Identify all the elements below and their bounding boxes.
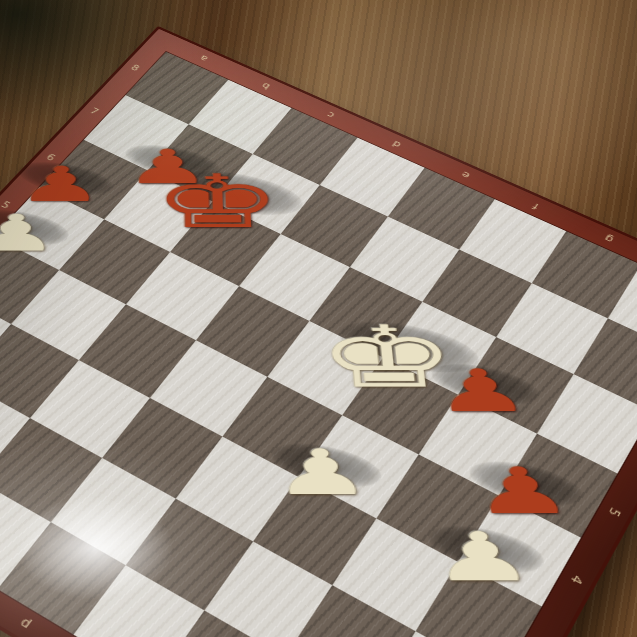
white-king-on-f6[interactable]: ♚ (315, 315, 463, 400)
white-pawn-on-h4[interactable]: ♟ (427, 524, 538, 592)
board-scene: aa88bb77cc66dd55ee44ff33gg22hh11 ♚♟♟♟♟♚♟… (0, 0, 637, 637)
red-pawn-on-h5[interactable]: ♟ (468, 460, 577, 524)
red-pawn-on-a6[interactable]: ♟ (16, 160, 104, 208)
white-pawn-on-f4[interactable]: ♟ (271, 441, 373, 504)
chess-board: aa88bb77cc66dd55ee44ff33gg22hh11 ♚♟♟♟♟♚♟… (0, 26, 637, 637)
red-pawn-on-b7[interactable]: ♟ (125, 144, 211, 191)
chess-app-screenshot: aa88bb77cc66dd55ee44ff33gg22hh11 ♚♟♟♟♟♚♟… (0, 0, 637, 637)
white-pawn-on-a5[interactable]: ♟ (0, 208, 60, 259)
